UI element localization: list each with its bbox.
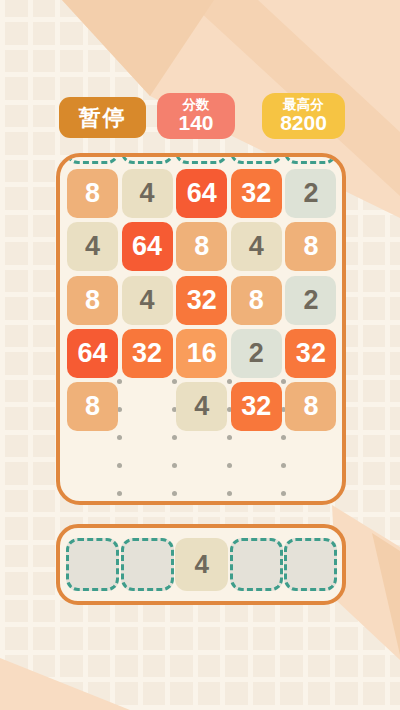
tray-slot-empty <box>66 538 119 591</box>
tile-2: 2 <box>285 276 336 325</box>
tile-32: 32 <box>122 329 173 378</box>
grid-dot <box>281 435 286 440</box>
score-label: 分数 <box>183 98 210 112</box>
incoming-slot <box>66 153 119 164</box>
tile-8: 8 <box>67 382 118 431</box>
grid-dot <box>117 463 122 468</box>
grid-dot <box>117 435 122 440</box>
tile-2: 2 <box>285 169 336 218</box>
grid-dot <box>227 435 232 440</box>
incoming-slot <box>230 153 283 164</box>
grid-dot <box>281 491 286 496</box>
grid-dot <box>172 379 177 384</box>
tile-4: 4 <box>67 222 118 271</box>
best-score-label: 最高分 <box>283 98 324 112</box>
score-value: 140 <box>178 112 213 134</box>
tray-slot-empty <box>121 538 174 591</box>
best-score-badge: 最高分 8200 <box>262 93 345 139</box>
grid-dot <box>281 379 286 384</box>
grid-dot <box>281 463 286 468</box>
tile-tray: 4 <box>56 524 346 605</box>
tile-64: 64 <box>67 329 118 378</box>
tile-4: 4 <box>122 276 173 325</box>
tile-4: 4 <box>231 222 282 271</box>
tile-16: 16 <box>176 329 227 378</box>
tile-8: 8 <box>231 276 282 325</box>
tile-8: 8 <box>285 222 336 271</box>
tile-32: 32 <box>176 276 227 325</box>
grid-dot <box>117 491 122 496</box>
grid-dot <box>172 491 177 496</box>
game-board[interactable]: 846432246484884328264321623284328 <box>56 153 346 505</box>
tile-8: 8 <box>176 222 227 271</box>
tile-64: 64 <box>176 169 227 218</box>
tile-2: 2 <box>231 329 282 378</box>
grid-dot <box>227 463 232 468</box>
tray-slot-empty <box>284 538 337 591</box>
tile-4: 4 <box>122 169 173 218</box>
tile-4: 4 <box>176 382 227 431</box>
tile-8: 8 <box>285 382 336 431</box>
grid-dot <box>227 379 232 384</box>
grid-dot <box>117 407 122 412</box>
tile-32: 32 <box>231 169 282 218</box>
grid-dot <box>227 491 232 496</box>
tile-32: 32 <box>231 382 282 431</box>
tray-tile-4[interactable]: 4 <box>175 538 228 591</box>
tile-8: 8 <box>67 276 118 325</box>
best-score-value: 8200 <box>280 112 327 134</box>
tray-slot-empty <box>230 538 283 591</box>
score-badge: 分数 140 <box>157 93 235 139</box>
grid-dot <box>117 379 122 384</box>
incoming-slot <box>175 153 228 164</box>
tile-8: 8 <box>67 169 118 218</box>
tile-64: 64 <box>122 222 173 271</box>
pause-button[interactable]: 暂停 <box>59 97 146 138</box>
app-root: 暂停 分数 140 最高分 8200 846432246484884328264… <box>0 0 400 710</box>
grid-dot <box>172 463 177 468</box>
incoming-slot <box>121 153 174 164</box>
incoming-slot <box>284 153 337 164</box>
tile-32: 32 <box>285 329 336 378</box>
grid-dot <box>172 435 177 440</box>
